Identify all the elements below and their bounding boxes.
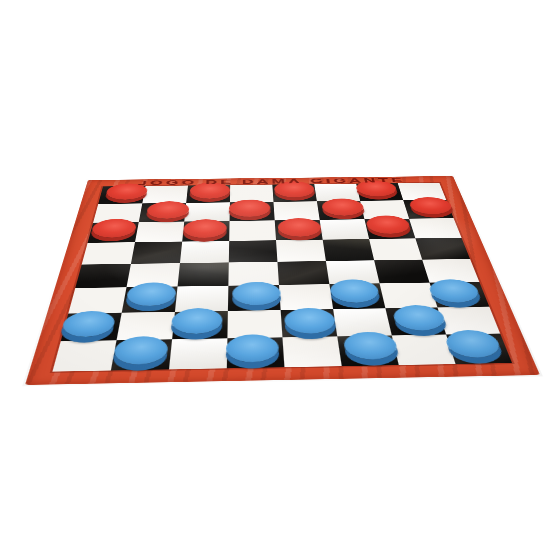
blue-checker-piece [232,281,281,305]
board-square [281,309,338,337]
blue-checker-piece [225,334,279,363]
blue-checker-piece [328,279,380,303]
red-checker-piece [364,215,411,234]
checkers-mat: JOGO DE DAMA GIGANTE [25,176,540,385]
board-square [61,313,122,342]
board-square [415,238,470,260]
blue-checker-piece [426,279,482,303]
board-square [230,202,275,221]
board-square [122,286,178,312]
board-square [169,338,227,369]
board-square [75,264,131,288]
board-square [446,334,512,364]
board-square [277,261,329,285]
product-photo: JOGO DE DAMA GIGANTE [0,0,560,560]
board-square [131,242,182,264]
board-square [403,200,453,219]
board-square [279,284,333,310]
checkers-board [52,183,512,372]
board-square [182,221,229,242]
board-square [337,335,399,366]
board-square [385,307,446,335]
board-square [111,339,172,370]
red-checker-piece [277,218,322,237]
board-square [364,219,415,239]
red-checker-piece [407,197,454,214]
board-square [275,220,323,240]
board-square [180,241,229,263]
board-square [282,336,341,367]
board-square [229,220,276,241]
board-square [227,337,285,368]
blue-checker-piece [59,310,116,337]
board-square [317,201,365,220]
blue-checker-piece [442,329,503,357]
board-square [135,222,184,243]
red-checker-piece [228,199,270,217]
board-square [68,287,126,313]
board-square [430,282,490,308]
board-square [356,183,403,201]
board-square [229,240,278,262]
board-square [98,186,145,204]
blue-checker-piece [283,307,336,333]
red-checker-piece [320,198,365,216]
board-square [409,218,461,238]
red-checker-piece [182,219,226,238]
blue-checker-piece [111,336,168,365]
board-square [186,185,230,203]
board-square [272,184,317,202]
board-square [88,222,139,243]
board-square [329,283,385,309]
board-square [369,238,422,260]
blue-checker-piece [170,308,222,334]
board-square [320,219,369,239]
red-checker-piece [145,201,189,219]
board-square [374,260,429,284]
board-square [178,262,229,286]
board-square [82,242,135,264]
board-square [52,340,116,371]
board-square [139,203,186,222]
blue-checker-piece [342,331,399,359]
board-square [276,240,326,262]
board-square [172,311,228,339]
board-square [323,239,374,261]
board-square [228,285,281,311]
